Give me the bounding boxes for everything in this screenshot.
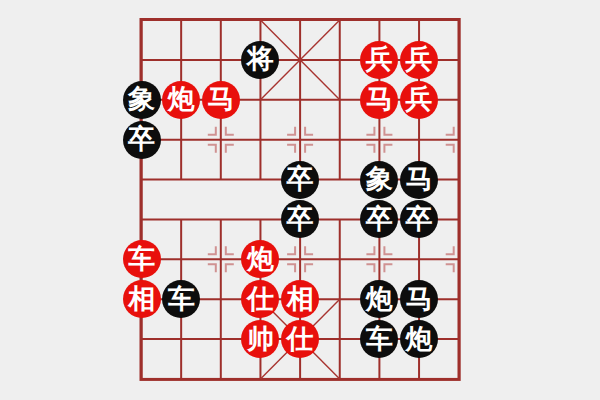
board-intersection[interactable] [161, 239, 201, 279]
board-intersection[interactable] [439, 80, 479, 120]
board-intersection[interactable] [439, 239, 479, 279]
piece-red-cannon[interactable]: 炮 [241, 240, 279, 278]
board-intersection[interactable] [320, 40, 360, 80]
board-intersection[interactable]: 卒 [360, 199, 400, 239]
board-intersection[interactable]: 帅 [241, 319, 281, 359]
piece-black-cannon[interactable]: 炮 [400, 320, 438, 358]
board-intersection[interactable] [439, 0, 479, 40]
board-intersection[interactable] [161, 40, 201, 80]
board-intersection[interactable]: 将 [241, 40, 281, 80]
board-intersection[interactable] [360, 120, 400, 160]
board-intersection[interactable] [439, 40, 479, 80]
piece-red-general[interactable]: 帅 [241, 320, 279, 358]
piece-red-chariot[interactable]: 车 [123, 240, 161, 278]
board-intersection[interactable]: 仕 [280, 319, 320, 359]
board-intersection[interactable] [280, 120, 320, 160]
board-intersection[interactable] [201, 319, 241, 359]
board-intersection[interactable] [241, 0, 281, 40]
board-intersection[interactable] [122, 199, 162, 239]
piece-label: 炮 [247, 245, 274, 272]
piece-label: 卒 [405, 205, 432, 232]
board-intersection[interactable]: 相 [122, 279, 162, 319]
board-intersection[interactable] [280, 80, 320, 120]
board-intersection[interactable]: 马 [399, 279, 439, 319]
piece-label: 炮 [366, 285, 393, 312]
board-intersection[interactable] [360, 359, 400, 399]
board-intersection[interactable] [241, 359, 281, 399]
board-intersection[interactable] [439, 160, 479, 200]
board-intersection[interactable]: 炮 [161, 80, 201, 120]
piece-label: 马 [405, 165, 432, 192]
board-intersection[interactable]: 象 [122, 80, 162, 120]
board-intersection[interactable] [399, 359, 439, 399]
board-intersection[interactable] [201, 279, 241, 319]
board-intersection[interactable] [439, 319, 479, 359]
piece-label: 卒 [128, 125, 155, 152]
board-intersection[interactable] [201, 239, 241, 279]
piece-black-soldier[interactable]: 卒 [281, 161, 319, 199]
board-intersection[interactable]: 马 [399, 160, 439, 200]
board-intersection[interactable]: 车 [122, 239, 162, 279]
piece-black-soldier[interactable]: 卒 [123, 121, 161, 159]
board-intersection[interactable] [241, 80, 281, 120]
piece-label: 马 [207, 85, 234, 112]
board-intersection[interactable] [201, 160, 241, 200]
board-intersection[interactable] [201, 0, 241, 40]
board-intersection[interactable] [360, 0, 400, 40]
board-intersection[interactable] [439, 120, 479, 160]
piece-red-horse[interactable]: 马 [202, 81, 240, 119]
board-intersection[interactable] [320, 319, 360, 359]
board-intersection[interactable]: 马 [201, 80, 241, 120]
piece-black-soldier[interactable]: 卒 [400, 200, 438, 238]
piece-black-elephant[interactable]: 象 [123, 81, 161, 119]
board-intersection[interactable]: 炮 [399, 319, 439, 359]
piece-red-horse[interactable]: 马 [360, 81, 398, 119]
board-intersection[interactable] [320, 120, 360, 160]
piece-black-cannon[interactable]: 炮 [360, 280, 398, 318]
piece-label: 相 [128, 285, 155, 312]
piece-label: 卒 [366, 205, 393, 232]
board-intersection[interactable] [320, 279, 360, 319]
piece-label: 仕 [287, 325, 314, 352]
xiangqi-board[interactable]: 将兵兵象炮马马兵卒卒象马卒卒卒车炮相车仕相炮马帅仕车炮 [122, 0, 479, 399]
board-intersection[interactable]: 炮 [360, 279, 400, 319]
piece-label: 相 [287, 285, 314, 312]
piece-red-advisor[interactable]: 仕 [241, 280, 279, 318]
board-intersection[interactable] [399, 239, 439, 279]
piece-red-elephant[interactable]: 相 [281, 280, 319, 318]
piece-red-soldier[interactable]: 兵 [400, 81, 438, 119]
board-intersection[interactable] [320, 359, 360, 399]
board-intersection[interactable]: 卒 [122, 120, 162, 160]
piece-label: 马 [405, 285, 432, 312]
board-intersection[interactable] [241, 160, 281, 200]
board-intersection[interactable] [241, 199, 281, 239]
piece-black-horse[interactable]: 马 [400, 161, 438, 199]
board-intersection[interactable]: 象 [360, 160, 400, 200]
board-intersection[interactable] [161, 0, 201, 40]
board-intersection[interactable] [280, 40, 320, 80]
board-intersection[interactable] [161, 359, 201, 399]
piece-red-soldier[interactable]: 兵 [360, 41, 398, 79]
piece-label: 帅 [247, 325, 274, 352]
board-intersection[interactable]: 炮 [241, 239, 281, 279]
piece-black-general[interactable]: 将 [241, 41, 279, 79]
board-intersection[interactable] [122, 40, 162, 80]
board-intersection[interactable]: 兵 [399, 80, 439, 120]
piece-black-chariot[interactable]: 车 [162, 280, 200, 318]
board-intersection[interactable] [439, 199, 479, 239]
board-intersection[interactable] [439, 279, 479, 319]
board-intersection[interactable] [399, 120, 439, 160]
board-intersection[interactable] [122, 0, 162, 40]
board-intersection[interactable]: 仕 [241, 279, 281, 319]
piece-label: 车 [128, 245, 155, 272]
piece-black-soldier[interactable]: 卒 [360, 200, 398, 238]
board-intersection[interactable] [320, 80, 360, 120]
board-intersection[interactable] [201, 40, 241, 80]
board-intersection[interactable]: 相 [280, 279, 320, 319]
board-intersection[interactable]: 车 [360, 319, 400, 359]
board-intersection[interactable] [399, 0, 439, 40]
board-intersection[interactable] [161, 199, 201, 239]
piece-red-soldier[interactable]: 兵 [400, 41, 438, 79]
piece-label: 炮 [405, 325, 432, 352]
piece-black-chariot[interactable]: 车 [360, 320, 398, 358]
board-intersection[interactable] [280, 0, 320, 40]
board-intersection[interactable] [122, 359, 162, 399]
board-intersection[interactable] [122, 319, 162, 359]
board-intersection[interactable] [320, 0, 360, 40]
piece-black-horse[interactable]: 马 [400, 280, 438, 318]
piece-red-elephant[interactable]: 相 [123, 280, 161, 318]
piece-label: 马 [366, 85, 393, 112]
board-intersection[interactable] [201, 359, 241, 399]
board-intersection[interactable] [161, 120, 201, 160]
piece-label: 车 [366, 325, 393, 352]
board-intersection[interactable]: 卒 [280, 199, 320, 239]
piece-label: 象 [366, 165, 393, 192]
board-intersection[interactable] [320, 239, 360, 279]
board-intersection[interactable]: 卒 [399, 199, 439, 239]
board-intersection[interactable] [122, 160, 162, 200]
board-intersection[interactable] [280, 239, 320, 279]
piece-red-advisor[interactable]: 仕 [281, 320, 319, 358]
piece-label: 卒 [287, 205, 314, 232]
board-intersection[interactable]: 兵 [360, 40, 400, 80]
piece-black-soldier[interactable]: 卒 [281, 200, 319, 238]
piece-label: 车 [168, 285, 195, 312]
board-intersection[interactable]: 卒 [280, 160, 320, 200]
board-intersection[interactable]: 兵 [399, 40, 439, 80]
board-intersection[interactable] [161, 160, 201, 200]
piece-label: 兵 [405, 85, 432, 112]
piece-red-cannon[interactable]: 炮 [162, 81, 200, 119]
board-intersection[interactable] [161, 319, 201, 359]
piece-label: 仕 [247, 285, 274, 312]
board-intersection[interactable] [201, 199, 241, 239]
piece-label: 兵 [405, 45, 432, 72]
piece-label: 象 [128, 85, 155, 112]
xiangqi-app: 将兵兵象炮马马兵卒卒象马卒卒卒车炮相车仕相炮马帅仕车炮 [0, 0, 600, 400]
piece-label: 将 [247, 45, 274, 72]
board-intersection[interactable]: 马 [360, 80, 400, 120]
board-intersection[interactable] [201, 120, 241, 160]
board-intersection[interactable] [320, 160, 360, 200]
board-intersection[interactable] [360, 239, 400, 279]
piece-label: 炮 [168, 85, 195, 112]
piece-label: 卒 [287, 165, 314, 192]
board-intersection[interactable]: 车 [161, 279, 201, 319]
piece-black-elephant[interactable]: 象 [360, 161, 398, 199]
board-intersection[interactable] [241, 120, 281, 160]
board-intersection[interactable] [280, 359, 320, 399]
board-intersection[interactable] [439, 359, 479, 399]
board-intersection[interactable] [320, 199, 360, 239]
piece-label: 兵 [366, 45, 393, 72]
